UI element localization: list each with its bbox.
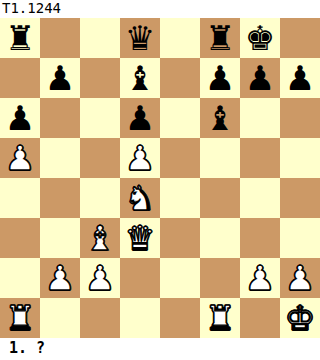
square-a3[interactable] [0, 218, 40, 258]
square-a7[interactable] [0, 58, 40, 98]
square-e1[interactable] [160, 298, 200, 338]
square-e2[interactable] [160, 258, 200, 298]
square-h6[interactable] [280, 98, 320, 138]
piece-white-king: ♚ [280, 298, 320, 338]
square-a2[interactable] [0, 258, 40, 298]
square-f3[interactable] [200, 218, 240, 258]
square-f4[interactable] [200, 178, 240, 218]
square-b6[interactable] [40, 98, 80, 138]
square-b8[interactable] [40, 18, 80, 58]
square-f1[interactable]: ♜ [200, 298, 240, 338]
piece-white-pawn: ♟ [80, 258, 120, 298]
piece-black-bishop: ♝ [200, 98, 240, 138]
square-b4[interactable] [40, 178, 80, 218]
square-c8[interactable] [80, 18, 120, 58]
square-a5[interactable]: ♟ [0, 138, 40, 178]
square-g6[interactable] [240, 98, 280, 138]
square-d1[interactable] [120, 298, 160, 338]
square-c5[interactable] [80, 138, 120, 178]
piece-black-pawn: ♟ [40, 58, 80, 98]
square-h8[interactable] [280, 18, 320, 58]
square-a1[interactable]: ♜ [0, 298, 40, 338]
square-f6[interactable]: ♝ [200, 98, 240, 138]
piece-white-knight: ♞ [120, 178, 160, 218]
square-b5[interactable] [40, 138, 80, 178]
square-f8[interactable]: ♜ [200, 18, 240, 58]
square-a6[interactable]: ♟ [0, 98, 40, 138]
square-h7[interactable]: ♟ [280, 58, 320, 98]
square-f7[interactable]: ♟ [200, 58, 240, 98]
square-h5[interactable] [280, 138, 320, 178]
square-e3[interactable] [160, 218, 200, 258]
piece-white-pawn: ♟ [280, 258, 320, 298]
square-c4[interactable] [80, 178, 120, 218]
piece-black-queen: ♛ [120, 18, 160, 58]
chess-board: ♜♛♜♚♟♝♟♟♟♟♟♝♟♟♞♝♛♟♟♟♟♜♜♚ [0, 18, 320, 338]
square-e5[interactable] [160, 138, 200, 178]
move-prompt: 1. ? [0, 338, 320, 360]
chess-puzzle-window: T1.1244 ♜♛♜♚♟♝♟♟♟♟♟♝♟♟♞♝♛♟♟♟♟♜♜♚ 1. ? [0, 0, 320, 360]
square-a8[interactable]: ♜ [0, 18, 40, 58]
piece-white-pawn: ♟ [0, 138, 40, 178]
piece-black-pawn: ♟ [280, 58, 320, 98]
square-d6[interactable]: ♟ [120, 98, 160, 138]
square-b7[interactable]: ♟ [40, 58, 80, 98]
square-h3[interactable] [280, 218, 320, 258]
piece-white-pawn: ♟ [40, 258, 80, 298]
square-g8[interactable]: ♚ [240, 18, 280, 58]
square-e8[interactable] [160, 18, 200, 58]
square-h2[interactable]: ♟ [280, 258, 320, 298]
square-d8[interactable]: ♛ [120, 18, 160, 58]
square-g7[interactable]: ♟ [240, 58, 280, 98]
square-e6[interactable] [160, 98, 200, 138]
square-g5[interactable] [240, 138, 280, 178]
piece-white-pawn: ♟ [240, 258, 280, 298]
square-g4[interactable] [240, 178, 280, 218]
square-b3[interactable] [40, 218, 80, 258]
piece-white-bishop: ♝ [80, 218, 120, 258]
piece-black-rook: ♜ [200, 18, 240, 58]
square-f5[interactable] [200, 138, 240, 178]
piece-white-queen: ♛ [120, 218, 160, 258]
square-d7[interactable]: ♝ [120, 58, 160, 98]
square-c7[interactable] [80, 58, 120, 98]
square-d3[interactable]: ♛ [120, 218, 160, 258]
piece-black-pawn: ♟ [200, 58, 240, 98]
square-c6[interactable] [80, 98, 120, 138]
square-c3[interactable]: ♝ [80, 218, 120, 258]
square-f2[interactable] [200, 258, 240, 298]
piece-white-rook: ♜ [0, 298, 40, 338]
piece-white-rook: ♜ [200, 298, 240, 338]
piece-black-king: ♚ [240, 18, 280, 58]
piece-black-pawn: ♟ [120, 98, 160, 138]
square-d5[interactable]: ♟ [120, 138, 160, 178]
square-h4[interactable] [280, 178, 320, 218]
square-e4[interactable] [160, 178, 200, 218]
square-c1[interactable] [80, 298, 120, 338]
square-e7[interactable] [160, 58, 200, 98]
square-g2[interactable]: ♟ [240, 258, 280, 298]
square-d4[interactable]: ♞ [120, 178, 160, 218]
piece-black-bishop: ♝ [120, 58, 160, 98]
square-g3[interactable] [240, 218, 280, 258]
square-h1[interactable]: ♚ [280, 298, 320, 338]
piece-black-pawn: ♟ [240, 58, 280, 98]
square-c2[interactable]: ♟ [80, 258, 120, 298]
square-a4[interactable] [0, 178, 40, 218]
piece-black-rook: ♜ [0, 18, 40, 58]
square-g1[interactable] [240, 298, 280, 338]
square-b1[interactable] [40, 298, 80, 338]
square-d2[interactable] [120, 258, 160, 298]
piece-white-pawn: ♟ [120, 138, 160, 178]
square-b2[interactable]: ♟ [40, 258, 80, 298]
puzzle-title: T1.1244 [0, 0, 320, 18]
piece-black-pawn: ♟ [0, 98, 40, 138]
